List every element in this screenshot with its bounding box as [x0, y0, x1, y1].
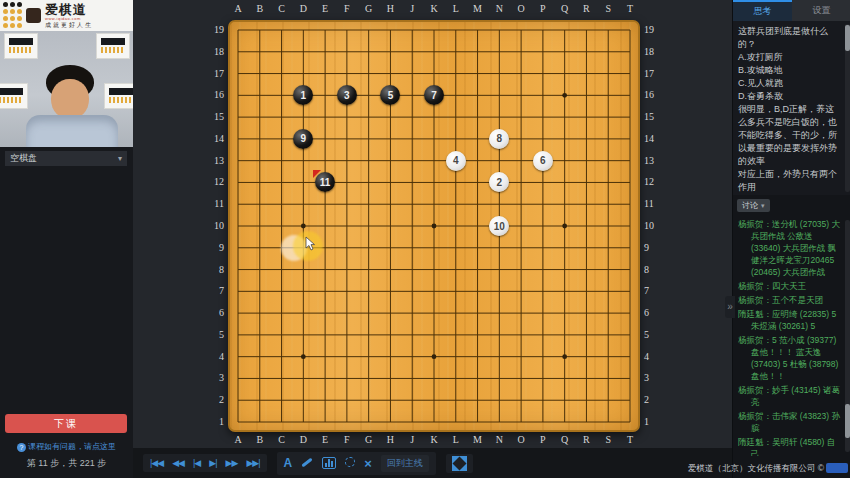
board-coordinate: G	[361, 3, 377, 15]
quiz-line: 对应上面，外势只有两个作用	[738, 168, 841, 194]
chat-scrollbar	[845, 220, 850, 452]
board-coordinate: T	[622, 434, 638, 446]
logo-seal-icon	[26, 8, 41, 23]
board-coordinate: 9	[644, 242, 658, 254]
bottom-toolbar: |◀◀◀◀|◀▶|▶▶▶▶| A × 回到主线	[133, 448, 732, 478]
board-coordinate: 14	[210, 133, 224, 145]
board-coordinate: 1	[644, 416, 658, 428]
quiz-line: A.攻打厕所	[738, 51, 841, 64]
board-coordinate: M	[470, 434, 486, 446]
chat-message: 杨振贺：五个不是天团	[738, 294, 841, 306]
board-coordinate: 8	[210, 264, 224, 276]
board-coordinate: S	[600, 3, 616, 15]
left-sidebar: 爱棋道 www.iqidao.com 成就更好人生 空棋盘 ▾ 下课 ?课程如有…	[0, 0, 133, 478]
quiz-line: C.见人就跑	[738, 77, 841, 90]
board-coordinate: 3	[210, 372, 224, 384]
board-coordinate: P	[535, 3, 551, 15]
brand-title: 爱棋道	[45, 3, 93, 16]
board-coordinate: A	[230, 3, 246, 15]
chat-message: 杨振贺：5 范小成 (39377) 盘他！！！ 蓝天逸 (37403) 5 杜畅…	[738, 334, 841, 382]
board-coordinate: 2	[644, 394, 658, 406]
quiz-line: 1.围大空，围模样，绝对不能围小空	[738, 194, 841, 195]
playback-button[interactable]: ▶▶|	[246, 457, 259, 469]
end-class-button[interactable]: 下课	[5, 414, 127, 433]
instructor-video	[0, 31, 133, 147]
brand-logo: 爱棋道 www.iqidao.com 成就更好人生	[0, 0, 133, 31]
board-coordinate: T	[622, 3, 638, 15]
board-coordinate: J	[404, 3, 420, 15]
right-panel: 思考 设置 这群兵团到底是做什么的？A.攻打厕所B.攻城略地C.见人就跑D.奋勇…	[732, 0, 850, 478]
backdrop-poster	[4, 33, 38, 59]
board-select-dropdown[interactable]: 空棋盘 ▾	[5, 151, 127, 166]
board-coordinate: 17	[210, 68, 224, 80]
board-coordinate: O	[513, 434, 529, 446]
lasso-tool-icon[interactable]	[345, 457, 355, 470]
mouse-cursor-icon	[304, 236, 318, 252]
board-coordinate: 8	[644, 264, 658, 276]
board-coordinate: L	[448, 434, 464, 446]
quiz-line: D.奋勇杀敌	[738, 90, 841, 103]
chat-panel: 杨振贺：送分机 (27035) 大兵团作战 公敌送 (33640) 大兵团作战 …	[733, 216, 850, 456]
board-coordinate: 1	[210, 416, 224, 428]
board-coordinate: D	[295, 3, 311, 15]
quiz-line: 这群兵团到底是做什么的？	[738, 25, 841, 51]
board-coordinate: 4	[210, 351, 224, 363]
mainline-button[interactable]: 回到主线	[381, 455, 429, 472]
board-coordinate: 5	[644, 329, 658, 341]
playback-button[interactable]: ▶|	[209, 457, 216, 469]
board-coordinate: 14	[644, 133, 658, 145]
chevron-down-icon: ▾	[118, 154, 122, 163]
board-coordinate: 15	[210, 111, 224, 123]
text-tool-icon[interactable]: A	[284, 457, 293, 470]
board-coordinate: N	[491, 3, 507, 15]
board-coordinate: F	[339, 3, 355, 15]
annotation-tools: A × 回到主线	[277, 452, 436, 475]
backdrop-poster	[104, 83, 133, 109]
board-coordinate: B	[252, 3, 268, 15]
backdrop-poster	[0, 83, 28, 109]
board-coordinate: 10	[644, 220, 658, 232]
playback-button[interactable]: ◀◀	[172, 457, 184, 469]
board-coordinate: K	[426, 434, 442, 446]
white-stone-6: 6	[533, 151, 553, 171]
board-coordinate: 19	[644, 24, 658, 36]
board-coordinate: E	[317, 3, 333, 15]
board-coordinate: 11	[644, 198, 658, 210]
board-coordinate: D	[295, 434, 311, 446]
service-badge	[826, 463, 848, 473]
chart-tool-icon[interactable]	[322, 457, 336, 470]
board-coordinate: L	[448, 3, 464, 15]
right-panel-tabs: 思考 设置	[733, 0, 850, 21]
board-coordinate: C	[274, 3, 290, 15]
app-root: 爱棋道 www.iqidao.com 成就更好人生 空棋盘 ▾ 下课 ?课程如有…	[0, 0, 850, 478]
board-coordinate: G	[361, 434, 377, 446]
brush-tool-icon[interactable]	[301, 457, 313, 470]
board-coordinate: 16	[210, 89, 224, 101]
collapse-panel-handle[interactable]: »	[725, 296, 735, 318]
help-link-label: 课程如有问题，请点这里	[28, 442, 116, 451]
board-coordinate: 17	[644, 68, 658, 80]
board-coordinate: 12	[210, 176, 224, 188]
board-coordinate: 4	[644, 351, 658, 363]
board-coordinate: 12	[644, 176, 658, 188]
help-link[interactable]: ?课程如有问题，请点这里	[0, 441, 133, 452]
board-coordinate: 18	[210, 46, 224, 58]
board-coordinate: 7	[644, 285, 658, 297]
board-select-label: 空棋盘	[10, 152, 37, 165]
quiz-line: 很明显，B,D正解，养这么多兵不是吃白饭的，也不能吃得多、干的少，所以最重要的是…	[738, 103, 841, 168]
quiz-scrollbar	[845, 24, 850, 192]
board-coordinate: H	[382, 434, 398, 446]
playback-button[interactable]: |◀◀	[150, 457, 163, 469]
board-coordinate: R	[578, 434, 594, 446]
board-coordinate: 2	[210, 394, 224, 406]
board-coordinate: 13	[210, 155, 224, 167]
info-icon: ?	[17, 443, 26, 452]
board-coordinate: R	[578, 3, 594, 15]
logo-stones-icon	[3, 2, 23, 29]
board-coordinate: 11	[210, 198, 224, 210]
board-coordinate: O	[513, 3, 529, 15]
board-wood[interactable]	[228, 20, 640, 432]
tab-settings[interactable]: 设置	[792, 0, 850, 21]
board-coordinate: 5	[210, 329, 224, 341]
board-coordinate: A	[230, 434, 246, 446]
expand-arrows-icon	[453, 457, 466, 470]
board-coordinate: S	[600, 434, 616, 446]
board-coordinate: 7	[210, 285, 224, 297]
board-coordinate: C	[274, 434, 290, 446]
white-stone-4: 4	[446, 151, 466, 171]
quiz-scrollbar-thumb[interactable]	[845, 25, 850, 51]
chat-message: 杨振贺：送分机 (27035) 大兵团作战 公敌送 (33640) 大兵团作战 …	[738, 218, 841, 278]
board-region: AABBCCDDEEFFGGHHJJKKLLMMNNOOPPQQRRSSTT11…	[133, 0, 732, 478]
clear-tool-icon[interactable]: ×	[364, 457, 372, 470]
quiz-panel: 这群兵团到底是做什么的？A.攻打厕所B.攻城略地C.见人就跑D.奋勇杀敌很明显，…	[733, 21, 850, 195]
chat-message: 隋廷魁：吴明轩 (4580) 自己	[738, 436, 841, 456]
board-coordinate: E	[317, 434, 333, 446]
playback-button[interactable]: |◀	[193, 457, 200, 469]
tab-think[interactable]: 思考	[733, 0, 792, 21]
board-coordinate: 6	[210, 307, 224, 319]
board-coordinate: P	[535, 434, 551, 446]
step-counter: 第 11 步，共 221 步	[0, 457, 133, 470]
chevron-down-icon: ▾	[761, 202, 765, 210]
brand-url: www.iqidao.com	[45, 17, 93, 21]
backdrop-poster	[96, 33, 130, 59]
chat-message: 杨振贺：四大天王	[738, 280, 841, 292]
board-coordinate: J	[404, 434, 420, 446]
board-coordinate: F	[339, 434, 355, 446]
board-coordinate: H	[382, 3, 398, 15]
last-move-marker	[313, 170, 321, 178]
board-coordinate: M	[470, 3, 486, 15]
board-coordinate: K	[426, 3, 442, 15]
brand-slogan: 成就更好人生	[45, 22, 93, 28]
chat-message: 杨振贺：妙手 (43145) 诸葛亮	[738, 384, 841, 408]
discussion-filter-label: 讨论	[742, 200, 758, 211]
discussion-filter-button[interactable]: 讨论 ▾	[737, 199, 770, 212]
board-coordinate: Q	[557, 3, 573, 15]
board-coordinate: 3	[644, 372, 658, 384]
board-coordinate: 15	[644, 111, 658, 123]
board-coordinate: Q	[557, 434, 573, 446]
board-coordinate: 13	[644, 155, 658, 167]
copyright: © 爱棋道（北京）文化传播有限公司	[688, 463, 848, 475]
board-coordinate: 19	[210, 24, 224, 36]
fullscreen-button[interactable]	[446, 454, 473, 473]
chat-message: 隋廷魁：应明绮 (22835) 5 朱煜涵 (30261) 5	[738, 308, 841, 332]
board-coordinate: 10	[210, 220, 224, 232]
chat-scrollbar-thumb[interactable]	[845, 404, 850, 438]
board-coordinate: 18	[644, 46, 658, 58]
board-coordinate: 9	[210, 242, 224, 254]
playback-button[interactable]: ▶▶	[226, 457, 238, 469]
go-board[interactable]: AABBCCDDEEFFGGHHJJKKLLMMNNOOPPQQRRSSTT11…	[133, 0, 732, 448]
board-coordinate: B	[252, 434, 268, 446]
chat-message: 杨振贺：击伟家 (43823) 孙膑	[738, 410, 841, 434]
board-coordinate: N	[491, 434, 507, 446]
quiz-line: B.攻城略地	[738, 64, 841, 77]
board-coordinate: 6	[644, 307, 658, 319]
playback-controls: |◀◀◀◀|◀▶|▶▶▶▶|	[143, 454, 267, 472]
board-coordinate: 16	[644, 89, 658, 101]
